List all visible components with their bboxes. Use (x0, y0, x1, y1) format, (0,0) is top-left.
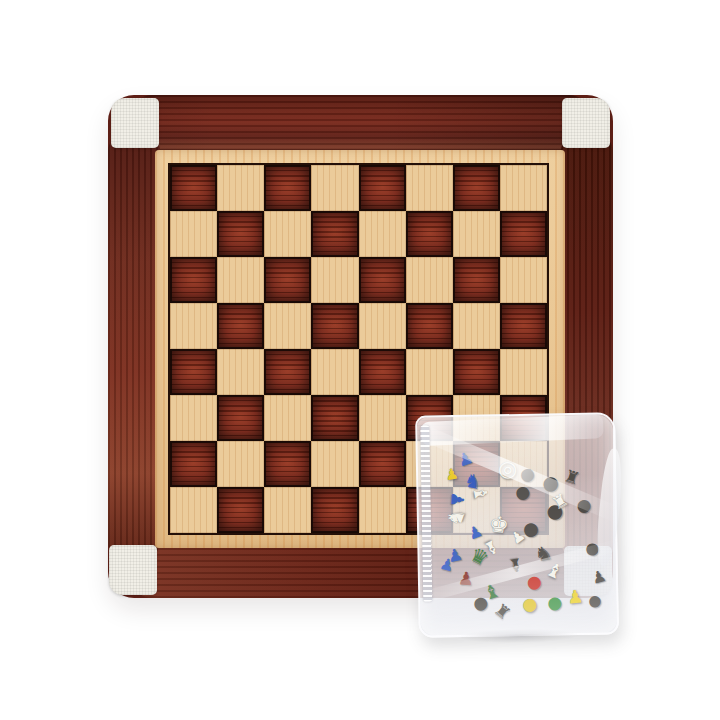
bag-piece-dark-round-7: ● (473, 595, 488, 612)
square-r5c7-dark (453, 349, 500, 395)
square-r2c7-light (453, 211, 500, 257)
bag-piece-dark-round-4: ● (515, 484, 530, 501)
bag-piece-dark-pawn-1: ♟ (590, 568, 608, 587)
square-r1c4-light (311, 165, 358, 211)
square-r8c5-light (359, 487, 406, 533)
square-r3c6-light (406, 257, 453, 303)
square-r3c2-light (217, 257, 264, 303)
square-r4c4-dark (311, 303, 358, 349)
square-r5c5-dark (359, 349, 406, 395)
square-r5c3-dark (264, 349, 311, 395)
square-r7c2-light (217, 441, 264, 487)
bag-piece-dark-round-8: ● (588, 594, 601, 609)
square-r3c7-dark (453, 257, 500, 303)
square-r1c7-dark (453, 165, 500, 211)
square-r1c2-light (217, 165, 264, 211)
square-r2c6-dark (406, 211, 453, 257)
square-r1c5-dark (359, 165, 406, 211)
bag-piece-blue-pawn-3: ♟ (466, 523, 485, 543)
square-r2c5-light (359, 211, 406, 257)
frame-rail-left (108, 135, 160, 558)
square-r2c2-dark (217, 211, 264, 257)
square-r6c5-light (359, 395, 406, 441)
square-r5c4-light (311, 349, 358, 395)
square-r4c8-dark (500, 303, 547, 349)
square-r3c3-dark (264, 257, 311, 303)
square-r3c4-light (311, 257, 358, 303)
square-r3c8-light (500, 257, 547, 303)
bag-piece-blue-pawn-5: ♟ (438, 556, 456, 575)
square-r7c4-light (311, 441, 358, 487)
square-r6c3-light (264, 395, 311, 441)
square-r5c8-light (500, 349, 547, 395)
square-r1c1-dark (170, 165, 217, 211)
square-r8c3-light (264, 487, 311, 533)
square-r5c6-light (406, 349, 453, 395)
square-r5c1-dark (170, 349, 217, 395)
square-r8c4-dark (311, 487, 358, 533)
bag-piece-dark-rook-2: ♜ (491, 600, 514, 623)
frame-rail-top (130, 95, 591, 152)
square-r6c1-light (170, 395, 217, 441)
square-r4c5-light (359, 303, 406, 349)
product-photo-background: { "game": "chess-checkers combo wooden b… (0, 0, 720, 720)
bag-piece-green-queen-1: ♛ (467, 544, 492, 570)
square-r6c2-dark (217, 395, 264, 441)
square-r7c5-dark (359, 441, 406, 487)
square-r7c1-dark (170, 441, 217, 487)
square-r4c7-light (453, 303, 500, 349)
square-r1c8-light (500, 165, 547, 211)
square-r4c6-dark (406, 303, 453, 349)
square-r3c5-dark (359, 257, 406, 303)
square-r6c4-dark (311, 395, 358, 441)
square-r7c3-dark (264, 441, 311, 487)
square-r2c3-light (264, 211, 311, 257)
square-r2c4-dark (311, 211, 358, 257)
square-r3c1-dark (170, 257, 217, 303)
square-r5c2-light (217, 349, 264, 395)
bag-piece-yellow-pawn-1: ♟ (444, 466, 460, 483)
bag-piece-green-ludo-1: ● (547, 594, 562, 611)
square-r4c1-light (170, 303, 217, 349)
corner-protector-top-left (111, 98, 159, 148)
square-r8c1-light (170, 487, 217, 533)
square-r1c3-dark (264, 165, 311, 211)
corner-protector-bottom-left (109, 545, 157, 595)
square-r4c2-dark (217, 303, 264, 349)
square-r2c8-dark (500, 211, 547, 257)
corner-protector-top-right (562, 98, 610, 148)
bag-piece-dark-round-9: ● (523, 520, 539, 538)
bag-piece-yellow-ludo-1: ● (522, 596, 537, 613)
bag-piece-red-ludo-1: ● (527, 574, 542, 591)
square-r8c2-dark (217, 487, 264, 533)
bag-piece-yellow-pawn-2: ♟ (567, 587, 585, 606)
square-r4c3-light (264, 303, 311, 349)
plastic-bag-of-chess-pieces: ♟♟♞♟◎●●♜●●♞♝♚♝♟●♜♞♝●♟♟♟♟♛♝●♜♝●●●●♟●♟ (415, 412, 619, 637)
square-r1c6-light (406, 165, 453, 211)
square-r2c1-light (170, 211, 217, 257)
bag-piece-white-bishop-1: ♝ (470, 484, 491, 503)
